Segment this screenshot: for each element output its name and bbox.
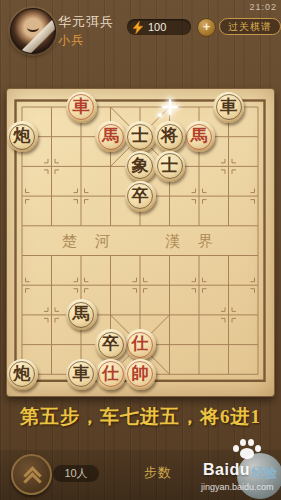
piece-glyph: 卒 [125, 181, 156, 212]
piece-glyph: 仕 [125, 329, 156, 360]
last-move-sparkle-icon [161, 98, 179, 116]
piece-red-general[interactable]: 帥 [125, 359, 156, 390]
piece-glyph: 車 [66, 92, 97, 123]
piece-glyph: 将 [154, 121, 185, 152]
lightning-icon [133, 21, 143, 34]
energy-bar: 100 [127, 19, 191, 35]
piece-glyph: 卒 [95, 329, 126, 360]
xiangqi-board[interactable]: 楚 河 漢 界 車馬馬仕仕帥車炮士将象士卒馬卒車炮 [7, 89, 274, 396]
piece-glyph: 炮 [7, 359, 38, 390]
top-bar: 华元弭兵 小兵 100 + 过关棋谱 21:02 [0, 0, 281, 60]
piece-glyph: 士 [154, 151, 185, 182]
watermark-brand: Baidu [203, 461, 250, 479]
piece-glyph: 車 [213, 92, 244, 123]
player-count-badge: 10人 [53, 465, 99, 482]
system-time: 21:02 [249, 2, 277, 12]
sparkle-dot-icon [158, 113, 162, 117]
player-name: 华元弭兵 [58, 13, 114, 31]
move-caption: 第五步，车七进五，将6进1 [0, 404, 281, 430]
piece-glyph: 馬 [95, 121, 126, 152]
piece-glyph: 帥 [125, 359, 156, 390]
piece-glyph: 象 [125, 151, 156, 182]
piece-red-horse[interactable]: 馬 [184, 121, 215, 152]
piece-glyph: 炮 [7, 121, 38, 152]
piece-red-advisor[interactable]: 仕 [125, 329, 156, 360]
puzzle-records-button[interactable]: 过关棋谱 [219, 18, 281, 35]
piece-black-advisor[interactable]: 士 [125, 121, 156, 152]
energy-value: 100 [148, 21, 166, 33]
piece-red-horse[interactable]: 馬 [95, 121, 126, 152]
piece-black-general[interactable]: 将 [154, 121, 185, 152]
watermark-url: jingyan.baidu.com [201, 482, 274, 492]
piece-red-chariot[interactable]: 車 [66, 92, 97, 123]
piece-black-soldier[interactable]: 卒 [125, 181, 156, 212]
watermark-suffix: 经验 [251, 464, 277, 482]
piece-black-soldier[interactable]: 卒 [95, 329, 126, 360]
avatar[interactable] [10, 8, 56, 54]
steps-label: 步数 [144, 464, 172, 482]
river-label-right: 漢 界 [165, 232, 220, 251]
piece-red-advisor[interactable]: 仕 [95, 359, 126, 390]
baidu-paw-icon [231, 439, 263, 459]
app-root: 华元弭兵 小兵 100 + 过关棋谱 21:02 楚 河 漢 界 車馬馬仕仕帥車… [0, 0, 281, 500]
piece-black-chariot[interactable]: 車 [66, 359, 97, 390]
piece-black-horse[interactable]: 馬 [66, 299, 97, 330]
piece-glyph: 馬 [184, 121, 215, 152]
add-energy-button[interactable]: + [197, 18, 216, 37]
player-rank: 小兵 [58, 32, 84, 49]
piece-glyph: 車 [66, 359, 97, 390]
bottom-bar: 10人 步数 Baidu 经验 jingyan.baidu.com [0, 450, 281, 500]
piece-black-cannon[interactable]: 炮 [7, 359, 38, 390]
expand-panel-button[interactable] [11, 454, 52, 495]
piece-glyph: 士 [125, 121, 156, 152]
piece-black-advisor[interactable]: 士 [154, 151, 185, 182]
piece-black-elephant[interactable]: 象 [125, 151, 156, 182]
river-label-left: 楚 河 [62, 232, 117, 251]
piece-glyph: 仕 [95, 359, 126, 390]
piece-black-cannon[interactable]: 炮 [7, 121, 38, 152]
piece-black-chariot[interactable]: 車 [213, 92, 244, 123]
piece-glyph: 馬 [66, 299, 97, 330]
